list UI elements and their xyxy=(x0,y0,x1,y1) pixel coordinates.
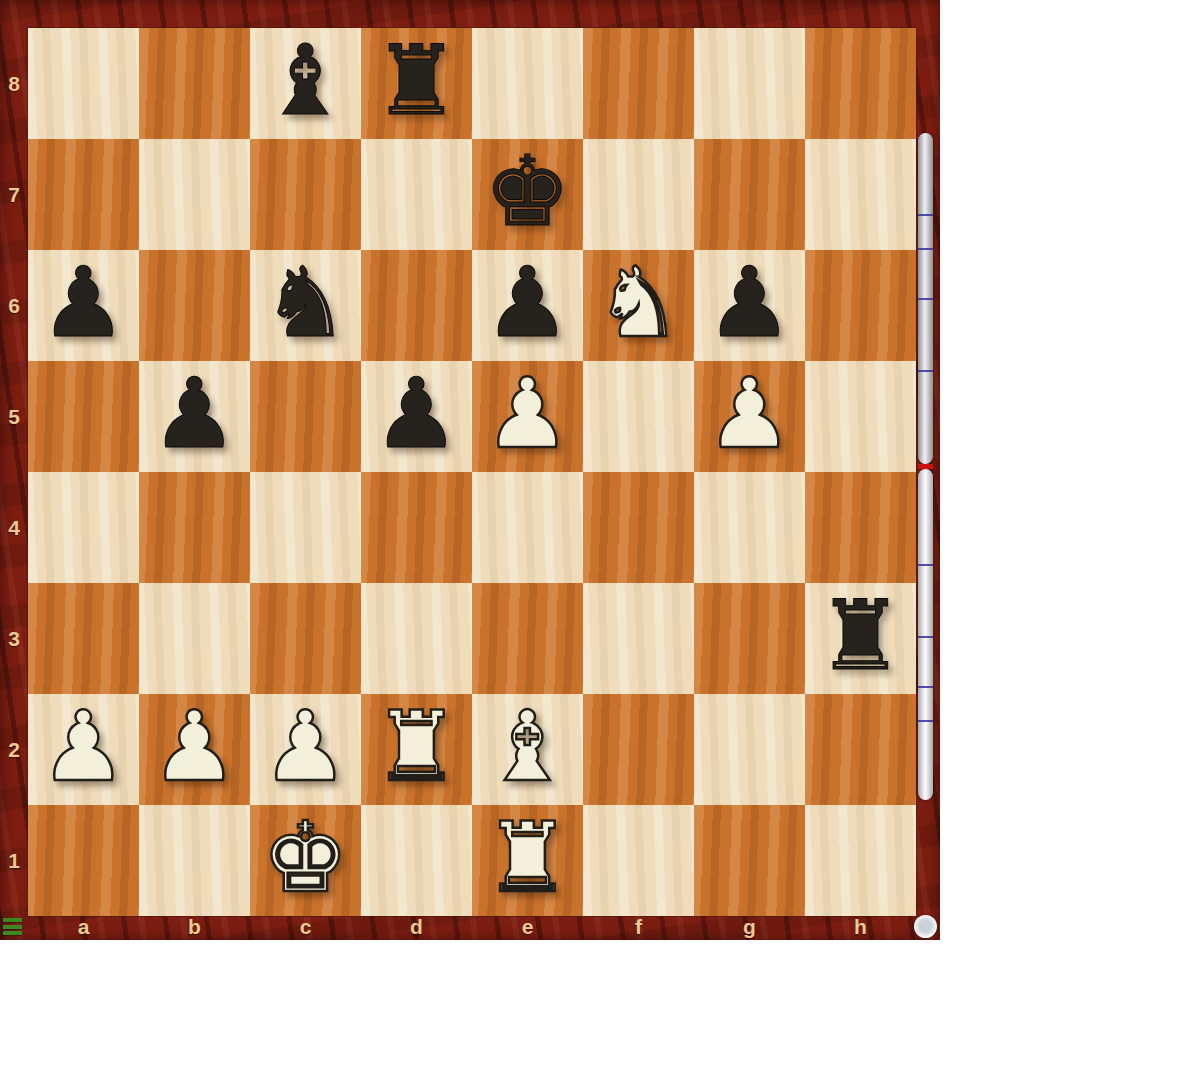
rank-label-7: 7 xyxy=(0,139,28,250)
square-a2[interactable]: ♟ xyxy=(28,694,139,805)
square-g7[interactable] xyxy=(694,139,805,250)
square-c2[interactable]: ♟ xyxy=(250,694,361,805)
square-h2[interactable] xyxy=(805,694,916,805)
gauge-red-marker xyxy=(918,464,933,469)
square-f7[interactable] xyxy=(583,139,694,250)
square-a5[interactable] xyxy=(28,361,139,472)
square-b8[interactable] xyxy=(139,28,250,139)
square-c1[interactable]: ♚ xyxy=(250,805,361,916)
square-c7[interactable] xyxy=(250,139,361,250)
piece-white-pawn[interactable]: ♟ xyxy=(40,698,127,795)
piece-white-pawn[interactable]: ♟ xyxy=(151,698,238,795)
square-c8[interactable]: ♝ xyxy=(250,28,361,139)
square-g1[interactable] xyxy=(694,805,805,916)
square-f8[interactable] xyxy=(583,28,694,139)
square-d7[interactable] xyxy=(361,139,472,250)
square-a1[interactable] xyxy=(28,805,139,916)
rank-label-5: 5 xyxy=(0,361,28,472)
gauge-tick xyxy=(918,564,933,566)
square-d5[interactable]: ♟ xyxy=(361,361,472,472)
piece-black-pawn[interactable]: ♟ xyxy=(151,365,238,462)
square-h6[interactable] xyxy=(805,250,916,361)
gauge-lower-segment xyxy=(918,469,933,800)
square-g4[interactable] xyxy=(694,472,805,583)
file-label-a: a xyxy=(28,914,139,940)
square-e6[interactable]: ♟ xyxy=(472,250,583,361)
rank-label-3: 3 xyxy=(0,583,28,694)
file-label-c: c xyxy=(250,914,361,940)
square-b5[interactable]: ♟ xyxy=(139,361,250,472)
square-b7[interactable] xyxy=(139,139,250,250)
square-b3[interactable] xyxy=(139,583,250,694)
square-e4[interactable] xyxy=(472,472,583,583)
gauge-tick xyxy=(918,370,933,372)
file-label-b: b xyxy=(139,914,250,940)
piece-white-bishop[interactable]: ♝ xyxy=(484,698,571,795)
file-label-d: d xyxy=(361,914,472,940)
square-b2[interactable]: ♟ xyxy=(139,694,250,805)
square-f4[interactable] xyxy=(583,472,694,583)
square-e1[interactable]: ♜ xyxy=(472,805,583,916)
piece-black-king[interactable]: ♚ xyxy=(484,143,571,240)
menu-bar xyxy=(3,918,22,922)
square-e3[interactable] xyxy=(472,583,583,694)
square-h7[interactable] xyxy=(805,139,916,250)
square-b4[interactable] xyxy=(139,472,250,583)
piece-black-pawn[interactable]: ♟ xyxy=(484,254,571,351)
piece-black-rook[interactable]: ♜ xyxy=(373,32,460,129)
square-c3[interactable] xyxy=(250,583,361,694)
rank-label-8: 8 xyxy=(0,28,28,139)
square-g8[interactable] xyxy=(694,28,805,139)
square-h3[interactable]: ♜ xyxy=(805,583,916,694)
square-f2[interactable] xyxy=(583,694,694,805)
gauge-tick xyxy=(918,214,933,216)
square-g2[interactable] xyxy=(694,694,805,805)
square-e5[interactable]: ♟ xyxy=(472,361,583,472)
square-a7[interactable] xyxy=(28,139,139,250)
file-label-f: f xyxy=(583,914,694,940)
square-b6[interactable] xyxy=(139,250,250,361)
menu-bar xyxy=(3,925,22,929)
gauge-tick xyxy=(918,248,933,250)
square-f5[interactable] xyxy=(583,361,694,472)
square-g5[interactable]: ♟ xyxy=(694,361,805,472)
square-a6[interactable]: ♟ xyxy=(28,250,139,361)
page: ♝♜♚♟♞♟♞♟♟♟♟♟♜♟♟♟♜♝♚♜ 87654321 abcdefgh xyxy=(0,0,1200,1065)
piece-white-pawn[interactable]: ♟ xyxy=(484,365,571,462)
gauge-tick xyxy=(918,720,933,722)
square-a8[interactable] xyxy=(28,28,139,139)
piece-white-pawn[interactable]: ♟ xyxy=(706,365,793,462)
square-a3[interactable] xyxy=(28,583,139,694)
piece-black-pawn[interactable]: ♟ xyxy=(373,365,460,462)
square-e7[interactable]: ♚ xyxy=(472,139,583,250)
square-a4[interactable] xyxy=(28,472,139,583)
square-e2[interactable]: ♝ xyxy=(472,694,583,805)
chess-board[interactable]: ♝♜♚♟♞♟♞♟♟♟♟♟♜♟♟♟♜♝♚♜ xyxy=(28,28,916,916)
square-c5[interactable] xyxy=(250,361,361,472)
rank-label-6: 6 xyxy=(0,250,28,361)
square-h8[interactable] xyxy=(805,28,916,139)
square-b1[interactable] xyxy=(139,805,250,916)
gauge-tick xyxy=(918,298,933,300)
square-e8[interactable] xyxy=(472,28,583,139)
square-h5[interactable] xyxy=(805,361,916,472)
square-h1[interactable] xyxy=(805,805,916,916)
white-to-move-indicator xyxy=(914,915,937,938)
square-f1[interactable] xyxy=(583,805,694,916)
piece-black-pawn[interactable]: ♟ xyxy=(706,254,793,351)
evaluation-gauge[interactable] xyxy=(918,133,933,800)
square-c4[interactable] xyxy=(250,472,361,583)
piece-white-knight[interactable]: ♞ xyxy=(595,254,682,351)
square-g6[interactable]: ♟ xyxy=(694,250,805,361)
square-h4[interactable] xyxy=(805,472,916,583)
piece-white-rook[interactable]: ♜ xyxy=(373,698,460,795)
square-d3[interactable] xyxy=(361,583,472,694)
square-d8[interactable]: ♜ xyxy=(361,28,472,139)
piece-white-king[interactable]: ♚ xyxy=(262,809,349,906)
piece-black-knight[interactable]: ♞ xyxy=(262,254,349,351)
piece-black-pawn[interactable]: ♟ xyxy=(40,254,127,351)
square-g3[interactable] xyxy=(694,583,805,694)
square-f6[interactable]: ♞ xyxy=(583,250,694,361)
square-d4[interactable] xyxy=(361,472,472,583)
piece-white-rook[interactable]: ♜ xyxy=(484,809,571,906)
square-c6[interactable]: ♞ xyxy=(250,250,361,361)
square-f3[interactable] xyxy=(583,583,694,694)
piece-black-rook[interactable]: ♜ xyxy=(817,587,904,684)
gauge-tick xyxy=(918,636,933,638)
rank-label-2: 2 xyxy=(0,694,28,805)
file-label-e: e xyxy=(472,914,583,940)
rank-label-1: 1 xyxy=(0,805,28,916)
gauge-tick xyxy=(918,686,933,688)
menu-bar xyxy=(3,931,22,935)
piece-black-bishop[interactable]: ♝ xyxy=(262,32,349,129)
square-d6[interactable] xyxy=(361,250,472,361)
square-d2[interactable]: ♜ xyxy=(361,694,472,805)
rank-label-4: 4 xyxy=(0,472,28,583)
file-label-g: g xyxy=(694,914,805,940)
file-label-h: h xyxy=(805,914,916,940)
piece-white-pawn[interactable]: ♟ xyxy=(262,698,349,795)
square-d1[interactable] xyxy=(361,805,472,916)
hamburger-menu-icon[interactable] xyxy=(3,918,22,935)
